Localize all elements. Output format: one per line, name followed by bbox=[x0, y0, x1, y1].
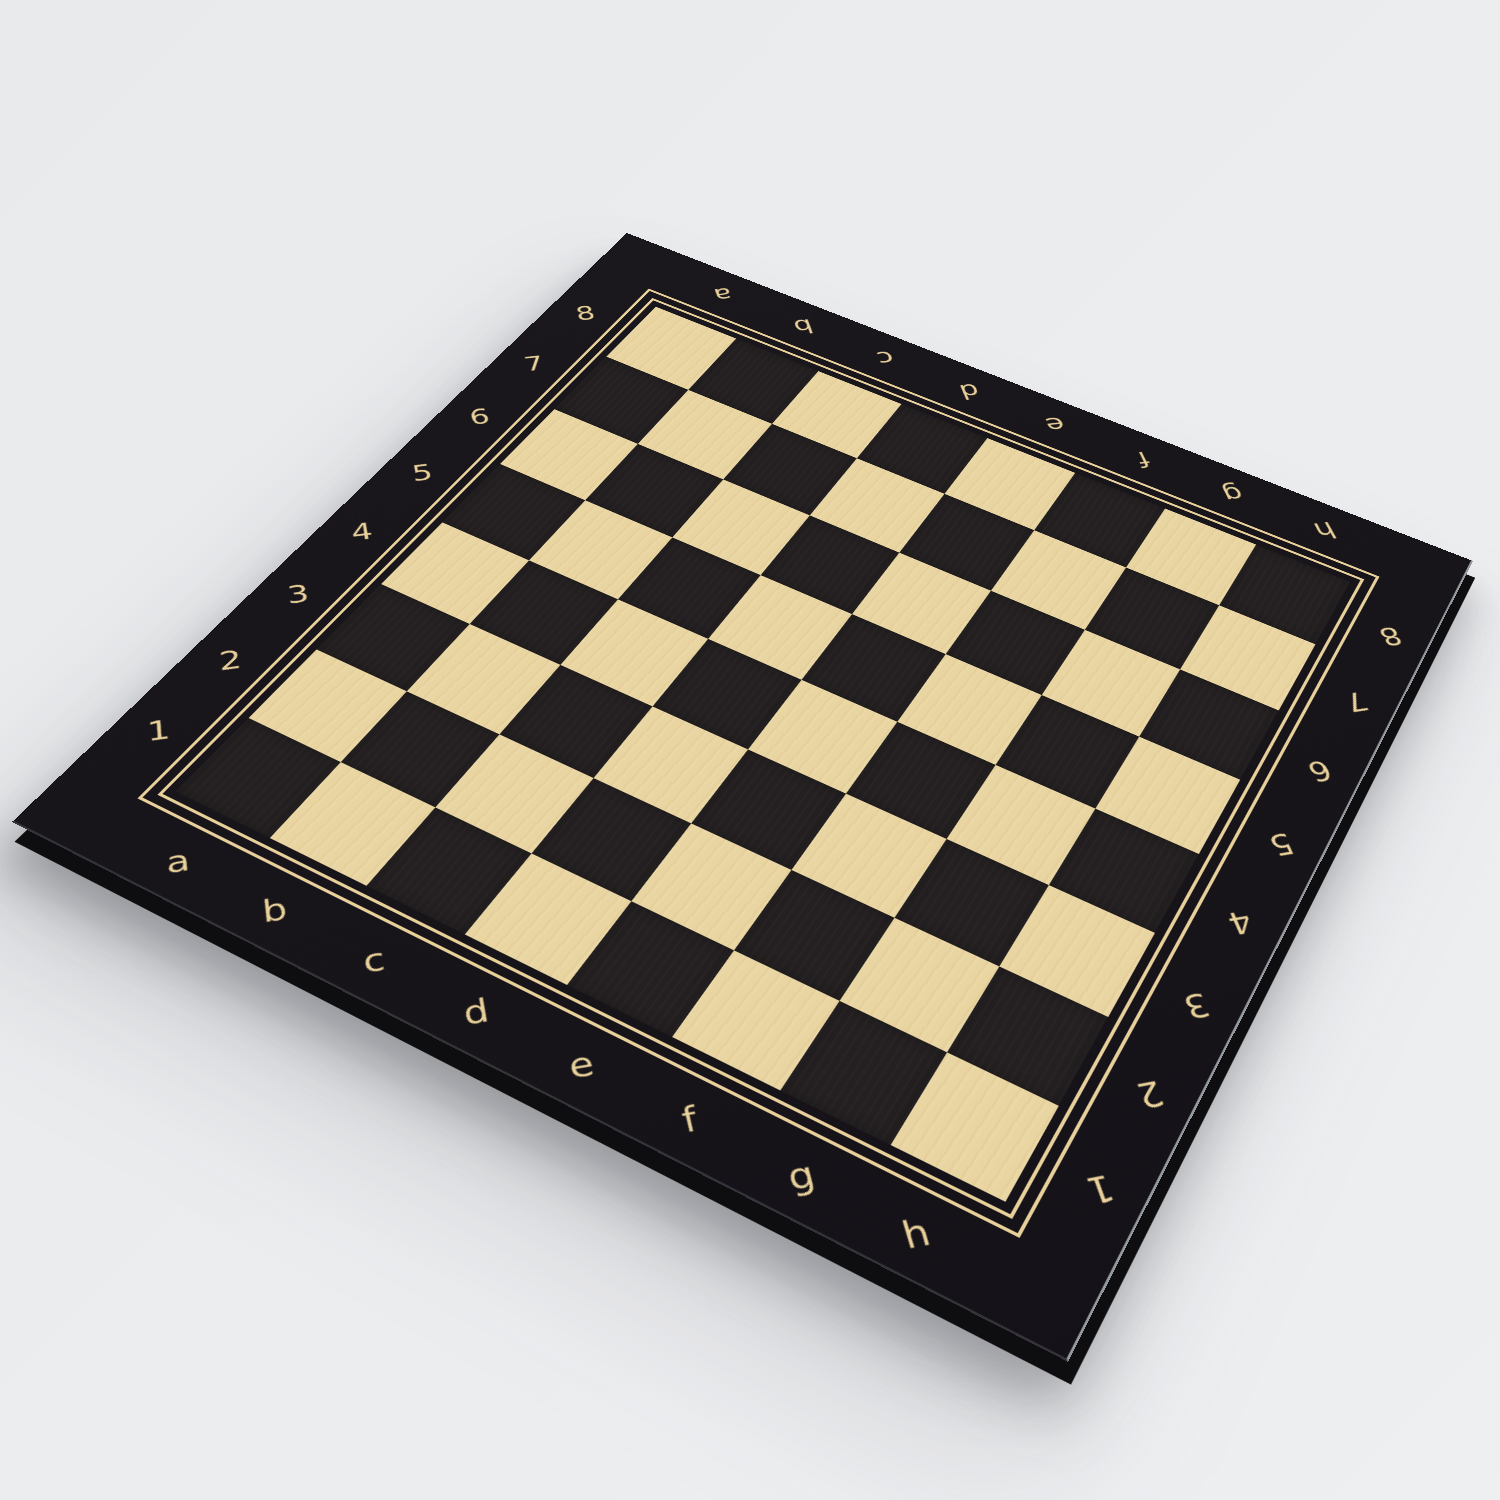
rank-label-right-3: 3 bbox=[1179, 988, 1215, 1023]
rank-label-right-2: 2 bbox=[1132, 1075, 1168, 1112]
file-label-bottom-h: h bbox=[897, 1213, 933, 1254]
rank-label-left-1: 1 bbox=[146, 715, 171, 745]
rank-label-right-7: 7 bbox=[1340, 688, 1373, 715]
rank-label-left-6: 6 bbox=[468, 405, 492, 427]
file-label-top-f: f bbox=[1133, 448, 1153, 470]
file-label-top-e: e bbox=[1042, 414, 1069, 436]
file-label-bottom-a: a bbox=[165, 845, 191, 877]
file-label-top-b: b bbox=[791, 316, 816, 336]
rank-label-left-5: 5 bbox=[410, 461, 434, 485]
file-label-top-c: c bbox=[874, 348, 897, 368]
file-label-bottom-g: g bbox=[783, 1156, 818, 1196]
rank-label-right-4: 4 bbox=[1223, 906, 1258, 939]
rank-label-right-6: 6 bbox=[1303, 756, 1336, 785]
rank-label-left-8: 8 bbox=[574, 303, 598, 323]
rank-label-left-2: 2 bbox=[218, 646, 243, 674]
rank-label-right-1: 1 bbox=[1082, 1169, 1119, 1209]
rank-label-left-3: 3 bbox=[286, 581, 311, 607]
file-label-bottom-e: e bbox=[565, 1046, 596, 1083]
file-label-bottom-d: d bbox=[460, 994, 490, 1030]
rank-label-right-5: 5 bbox=[1264, 829, 1298, 860]
file-label-top-a: a bbox=[711, 285, 734, 305]
file-label-bottom-c: c bbox=[361, 943, 387, 977]
file-label-bottom-b: b bbox=[260, 893, 288, 927]
file-label-top-d: d bbox=[956, 380, 983, 401]
file-label-bottom-f: f bbox=[678, 1101, 700, 1138]
rank-label-left-4: 4 bbox=[350, 519, 375, 544]
rank-label-left-7: 7 bbox=[522, 353, 546, 374]
rank-label-right-8: 8 bbox=[1375, 623, 1407, 649]
file-label-top-g: g bbox=[1218, 483, 1247, 506]
file-label-top-h: h bbox=[1309, 518, 1339, 542]
